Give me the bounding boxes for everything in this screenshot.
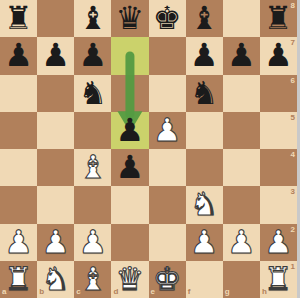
square-d8[interactable]: ♛	[111, 0, 148, 37]
chess-board-screenshot: ♜♝♛♚♝8♜♟♟♟♟♟7♟♞♞6♟♟5♝♟4♞3♟♟♟♟♟2♟a♜b♞c♝d♛…	[0, 0, 300, 298]
square-h1[interactable]: 1h♜	[260, 261, 297, 298]
square-f1[interactable]: f	[186, 261, 223, 298]
square-f8[interactable]: ♝	[186, 0, 223, 37]
square-d3[interactable]	[111, 186, 148, 223]
square-c1[interactable]: c♝	[74, 261, 111, 298]
black-pawn[interactable]: ♟	[74, 37, 111, 74]
square-c3[interactable]	[74, 186, 111, 223]
square-g5[interactable]	[223, 112, 260, 149]
file-label-g: g	[225, 288, 230, 296]
right-edge-strip	[297, 0, 300, 298]
square-e5[interactable]: ♟	[149, 112, 186, 149]
square-c2[interactable]: ♟	[74, 224, 111, 261]
file-label-c: c	[76, 288, 80, 296]
square-a3[interactable]	[0, 186, 37, 223]
black-pawn[interactable]: ♟	[186, 37, 223, 74]
square-h7[interactable]: 7♟	[260, 37, 297, 74]
square-g1[interactable]: g	[223, 261, 260, 298]
square-a8[interactable]: ♜	[0, 0, 37, 37]
black-pawn[interactable]: ♟	[111, 112, 148, 149]
square-e2[interactable]	[149, 224, 186, 261]
square-d5[interactable]: ♟	[111, 112, 148, 149]
file-label-e: e	[151, 288, 155, 296]
square-e7[interactable]	[149, 37, 186, 74]
square-a4[interactable]	[0, 149, 37, 186]
square-f4[interactable]	[186, 149, 223, 186]
square-g8[interactable]	[223, 0, 260, 37]
square-c5[interactable]	[74, 112, 111, 149]
white-pawn[interactable]: ♟	[74, 224, 111, 261]
square-f6[interactable]: ♞	[186, 75, 223, 112]
square-c4[interactable]: ♝	[74, 149, 111, 186]
square-b5[interactable]	[37, 112, 74, 149]
rank-label-3: 3	[291, 188, 295, 196]
square-f7[interactable]: ♟	[186, 37, 223, 74]
square-d6[interactable]	[111, 75, 148, 112]
black-pawn[interactable]: ♟	[223, 37, 260, 74]
black-knight[interactable]: ♞	[186, 75, 223, 112]
square-g7[interactable]: ♟	[223, 37, 260, 74]
square-b4[interactable]	[37, 149, 74, 186]
rank-label-6: 6	[291, 77, 295, 85]
file-label-d: d	[113, 288, 118, 296]
black-knight[interactable]: ♞	[74, 75, 111, 112]
file-label-b: b	[39, 288, 44, 296]
square-h2[interactable]: 2♟	[260, 224, 297, 261]
black-rook[interactable]: ♜	[0, 0, 37, 37]
square-h8[interactable]: 8♜	[260, 0, 297, 37]
square-a1[interactable]: a♜	[0, 261, 37, 298]
square-b3[interactable]	[37, 186, 74, 223]
square-g2[interactable]: ♟	[223, 224, 260, 261]
square-a2[interactable]: ♟	[0, 224, 37, 261]
square-e3[interactable]	[149, 186, 186, 223]
rank-label-4: 4	[291, 151, 295, 159]
square-d4[interactable]: ♟	[111, 149, 148, 186]
square-d2[interactable]	[111, 224, 148, 261]
square-b8[interactable]	[37, 0, 74, 37]
black-bishop[interactable]: ♝	[74, 0, 111, 37]
black-king[interactable]: ♚	[149, 0, 186, 37]
square-g3[interactable]	[223, 186, 260, 223]
square-h6[interactable]: 6	[260, 75, 297, 112]
chess-board: ♜♝♛♚♝8♜♟♟♟♟♟7♟♞♞6♟♟5♝♟4♞3♟♟♟♟♟2♟a♜b♞c♝d♛…	[0, 0, 297, 298]
black-bishop[interactable]: ♝	[186, 0, 223, 37]
rank-label-7: 7	[291, 39, 295, 47]
square-b6[interactable]	[37, 75, 74, 112]
square-f3[interactable]: ♞	[186, 186, 223, 223]
rank-label-5: 5	[291, 114, 295, 122]
white-pawn[interactable]: ♟	[223, 224, 260, 261]
square-e4[interactable]	[149, 149, 186, 186]
rank-label-2: 2	[291, 226, 295, 234]
square-b1[interactable]: b♞	[37, 261, 74, 298]
square-c6[interactable]: ♞	[74, 75, 111, 112]
file-label-a: a	[2, 288, 6, 296]
file-label-f: f	[188, 288, 191, 296]
file-label-h: h	[262, 288, 267, 296]
square-e1[interactable]: e♚	[149, 261, 186, 298]
white-pawn[interactable]: ♟	[37, 224, 74, 261]
square-h3[interactable]: 3	[260, 186, 297, 223]
white-pawn[interactable]: ♟	[186, 224, 223, 261]
square-d7[interactable]	[111, 37, 148, 74]
square-a7[interactable]: ♟	[0, 37, 37, 74]
square-c7[interactable]: ♟	[74, 37, 111, 74]
square-e8[interactable]: ♚	[149, 0, 186, 37]
black-pawn[interactable]: ♟	[111, 149, 148, 186]
rank-label-1: 1	[291, 263, 295, 271]
square-b7[interactable]: ♟	[37, 37, 74, 74]
square-a6[interactable]	[0, 75, 37, 112]
black-pawn[interactable]: ♟	[37, 37, 74, 74]
square-e6[interactable]	[149, 75, 186, 112]
square-h4[interactable]: 4	[260, 149, 297, 186]
white-pawn[interactable]: ♟	[149, 112, 186, 149]
black-queen[interactable]: ♛	[111, 0, 148, 37]
square-b2[interactable]: ♟	[37, 224, 74, 261]
white-knight[interactable]: ♞	[186, 186, 223, 223]
square-g6[interactable]	[223, 75, 260, 112]
white-bishop[interactable]: ♝	[74, 149, 111, 186]
white-pawn[interactable]: ♟	[0, 224, 37, 261]
square-f5[interactable]	[186, 112, 223, 149]
square-a5[interactable]	[0, 112, 37, 149]
square-h5[interactable]: 5	[260, 112, 297, 149]
square-d1[interactable]: d♛	[111, 261, 148, 298]
square-f2[interactable]: ♟	[186, 224, 223, 261]
black-pawn[interactable]: ♟	[0, 37, 37, 74]
square-c8[interactable]: ♝	[74, 0, 111, 37]
square-g4[interactable]	[223, 149, 260, 186]
rank-label-8: 8	[291, 2, 295, 10]
